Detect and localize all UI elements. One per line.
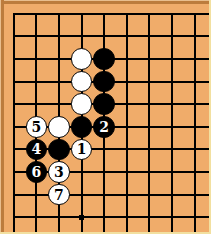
white-stone-move-3: 3	[48, 161, 70, 183]
intersection	[25, 48, 48, 71]
grid-line-vertical	[171, 138, 173, 161]
grid-line-vertical	[148, 161, 150, 184]
intersection: 3	[48, 161, 71, 184]
black-stone	[93, 93, 115, 115]
grid-line-vertical	[58, 13, 60, 25]
intersection	[3, 93, 26, 116]
intersection	[25, 93, 48, 116]
white-stone	[48, 116, 70, 138]
grid-line-vertical	[194, 93, 196, 116]
grid-line-vertical	[171, 183, 173, 206]
intersection	[93, 183, 116, 206]
intersection	[161, 25, 184, 48]
intersection	[115, 161, 138, 184]
intersection	[48, 48, 71, 71]
intersection	[183, 115, 206, 138]
intersection	[48, 115, 71, 138]
image-edge-right	[209, 0, 211, 234]
intersection	[3, 138, 26, 161]
intersection	[115, 48, 138, 71]
intersection	[161, 3, 184, 26]
intersection	[183, 70, 206, 93]
grid-line-vertical	[126, 70, 128, 93]
white-stone	[71, 48, 93, 70]
intersection	[115, 93, 138, 116]
intersection	[161, 161, 184, 184]
grid-line-vertical	[194, 183, 196, 206]
grid-line-vertical	[103, 138, 105, 161]
intersection	[161, 138, 184, 161]
intersection: 2	[93, 115, 116, 138]
intersection	[3, 115, 26, 138]
black-stone-move-6: 6	[26, 161, 48, 183]
intersection	[25, 206, 48, 229]
grid-line-vertical	[13, 161, 15, 184]
intersection	[183, 161, 206, 184]
intersection	[93, 138, 116, 161]
intersection	[3, 161, 26, 184]
intersection	[138, 183, 161, 206]
intersection	[138, 3, 161, 26]
intersection	[3, 3, 26, 26]
move-number: 5	[32, 120, 42, 134]
move-number: 1	[77, 142, 87, 156]
grid-line-vertical	[13, 25, 15, 48]
grid-line-vertical	[13, 48, 15, 71]
intersection	[70, 3, 93, 26]
grid-line-vertical	[103, 25, 105, 48]
grid-line-vertical	[103, 13, 105, 25]
grid-line-vertical	[13, 115, 15, 138]
black-stone-move-4: 4	[26, 139, 48, 161]
grid-line-vertical	[171, 70, 173, 93]
intersection: 6	[25, 161, 48, 184]
intersection	[138, 206, 161, 229]
hoshi-point	[79, 215, 84, 220]
intersection	[115, 25, 138, 48]
black-stone	[48, 139, 70, 161]
white-stone	[71, 71, 93, 93]
grid-line-vertical	[148, 206, 150, 229]
intersection	[3, 183, 26, 206]
grid-line-vertical	[148, 138, 150, 161]
board-border-top	[0, 0, 211, 4]
intersection	[93, 161, 116, 184]
intersection	[183, 3, 206, 26]
intersection	[183, 25, 206, 48]
move-number: 3	[54, 165, 64, 179]
grid-line-vertical	[35, 48, 37, 71]
intersection	[161, 206, 184, 229]
intersection	[25, 3, 48, 26]
intersection	[70, 70, 93, 93]
white-stone-move-5: 5	[26, 116, 48, 138]
grid-line-vertical	[35, 70, 37, 93]
grid-line-vertical	[194, 48, 196, 71]
intersection	[25, 70, 48, 93]
grid-line-vertical	[35, 25, 37, 48]
intersection	[93, 25, 116, 48]
intersection: 7	[48, 183, 71, 206]
grid-line-vertical	[126, 48, 128, 71]
grid-line-vertical	[103, 161, 105, 184]
intersection	[183, 48, 206, 71]
grid-line-vertical	[148, 115, 150, 138]
grid-line-vertical	[148, 183, 150, 206]
white-stone	[71, 93, 93, 115]
intersection: 1	[70, 138, 93, 161]
intersection	[161, 70, 184, 93]
grid-line-vertical	[103, 206, 105, 229]
grid-line-vertical	[81, 183, 83, 206]
grid-line-vertical	[171, 48, 173, 71]
intersection	[138, 48, 161, 71]
grid-line-vertical	[126, 161, 128, 184]
intersection	[48, 206, 71, 229]
intersection	[48, 25, 71, 48]
intersection	[138, 93, 161, 116]
intersection	[183, 183, 206, 206]
intersection	[93, 3, 116, 26]
intersection	[161, 48, 184, 71]
intersection	[115, 70, 138, 93]
grid-line-vertical	[35, 206, 37, 229]
intersection	[183, 93, 206, 116]
grid-line-vertical	[13, 13, 15, 25]
grid-line-vertical	[148, 48, 150, 71]
grid-line-vertical	[35, 93, 37, 116]
go-diagram: 5241637	[0, 0, 211, 234]
move-number: 7	[54, 188, 64, 202]
intersection	[93, 70, 116, 93]
grid-line-vertical	[194, 13, 196, 25]
intersection	[70, 25, 93, 48]
intersection	[70, 115, 93, 138]
intersection	[48, 70, 71, 93]
grid-line-vertical	[126, 13, 128, 25]
intersection	[138, 115, 161, 138]
grid-line-vertical	[171, 206, 173, 229]
intersection	[138, 25, 161, 48]
go-board-grid: 5241637	[3, 3, 212, 235]
intersection	[3, 206, 26, 229]
grid-line-vertical	[194, 25, 196, 48]
grid-line-vertical	[171, 161, 173, 184]
grid-line-vertical	[81, 161, 83, 184]
intersection	[183, 206, 206, 229]
white-stone-move-7: 7	[48, 184, 70, 206]
intersection	[183, 138, 206, 161]
grid-line-vertical	[171, 13, 173, 25]
intersection	[115, 3, 138, 26]
intersection	[161, 115, 184, 138]
intersection	[3, 70, 26, 93]
intersection: 4	[25, 138, 48, 161]
grid-line-vertical	[171, 25, 173, 48]
move-number: 6	[32, 165, 42, 179]
intersection	[93, 93, 116, 116]
intersection	[138, 138, 161, 161]
grid-line-vertical	[13, 138, 15, 161]
grid-line-vertical	[58, 206, 60, 229]
intersection	[70, 93, 93, 116]
intersection	[161, 183, 184, 206]
grid-line-vertical	[148, 25, 150, 48]
image-edge-bottom	[0, 232, 211, 234]
intersection	[70, 206, 93, 229]
grid-line-vertical	[194, 70, 196, 93]
black-stone	[93, 48, 115, 70]
intersection	[25, 183, 48, 206]
grid-line-vertical	[58, 48, 60, 71]
grid-line-vertical	[13, 183, 15, 206]
grid-line-vertical	[148, 70, 150, 93]
grid-line-vertical	[13, 206, 15, 229]
intersection	[115, 115, 138, 138]
intersection	[3, 48, 26, 71]
grid-line-vertical	[35, 13, 37, 25]
board-border-left	[0, 0, 4, 234]
intersection	[25, 25, 48, 48]
grid-line-vertical	[126, 138, 128, 161]
intersection	[48, 138, 71, 161]
grid-line-vertical	[58, 93, 60, 116]
grid-line-vertical	[126, 115, 128, 138]
grid-line-vertical	[148, 13, 150, 25]
black-stone	[71, 116, 93, 138]
intersection	[115, 138, 138, 161]
grid-line-vertical	[58, 70, 60, 93]
grid-line-vertical	[58, 25, 60, 48]
grid-line-vertical	[81, 25, 83, 48]
intersection	[93, 48, 116, 71]
intersection	[48, 3, 71, 26]
grid-line-vertical	[126, 25, 128, 48]
grid-line-vertical	[148, 93, 150, 116]
intersection	[161, 93, 184, 116]
grid-line-vertical	[194, 161, 196, 184]
grid-line-vertical	[171, 115, 173, 138]
grid-line-vertical	[194, 138, 196, 161]
white-stone-move-1: 1	[71, 139, 93, 161]
move-number: 2	[99, 120, 109, 134]
intersection	[70, 48, 93, 71]
grid-line-vertical	[126, 93, 128, 116]
intersection	[48, 93, 71, 116]
intersection: 5	[25, 115, 48, 138]
grid-line-vertical	[103, 183, 105, 206]
black-stone-move-2: 2	[93, 116, 115, 138]
grid-line-vertical	[194, 206, 196, 229]
grid-line-vertical	[35, 183, 37, 206]
grid-line-vertical	[194, 115, 196, 138]
intersection	[70, 161, 93, 184]
grid-line-vertical	[126, 206, 128, 229]
intersection	[70, 183, 93, 206]
grid-line-vertical	[126, 183, 128, 206]
intersection	[115, 206, 138, 229]
intersection	[138, 70, 161, 93]
grid-line-vertical	[13, 93, 15, 116]
intersection	[3, 25, 26, 48]
black-stone	[93, 71, 115, 93]
move-number: 4	[32, 142, 42, 156]
grid-line-vertical	[81, 13, 83, 25]
intersection	[138, 161, 161, 184]
grid-line-vertical	[171, 93, 173, 116]
intersection	[93, 206, 116, 229]
grid-line-vertical	[13, 70, 15, 93]
intersection	[115, 183, 138, 206]
